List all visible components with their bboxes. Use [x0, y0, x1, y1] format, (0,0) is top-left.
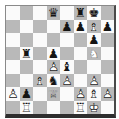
square-h7[interactable]: ♟: [101, 20, 115, 34]
square-a4[interactable]: [6, 60, 20, 74]
square-f4[interactable]: [74, 60, 88, 74]
square-c2[interactable]: [33, 87, 47, 101]
square-b7[interactable]: [20, 20, 34, 34]
white-pawn: ♟♙: [101, 87, 115, 101]
white-bishop: ♝♗: [33, 74, 47, 88]
white-king: ♚♔: [87, 101, 101, 115]
square-g7[interactable]: ♝♗: [87, 20, 101, 34]
square-a5[interactable]: [6, 47, 20, 61]
square-b4[interactable]: [20, 60, 34, 74]
square-f1[interactable]: ♜♖: [74, 101, 88, 115]
white-pawn: ♟♙: [60, 74, 74, 88]
chess-board: ♛♜♚♟♟♝♗♟♟♜♟♞♘♟♙♝♝♗♞♟♙♟♙♟♙♟♛♕♟♙♝♗♟♙♜♖♜♖♚♔: [5, 5, 116, 118]
square-g1[interactable]: ♚♔: [87, 101, 101, 115]
square-h8[interactable]: [101, 6, 115, 20]
square-c8[interactable]: [33, 6, 47, 20]
square-a6[interactable]: [6, 33, 20, 47]
square-e3[interactable]: ♟♙: [60, 74, 74, 88]
black-king: ♚: [87, 6, 101, 20]
white-knight: ♞♘: [87, 47, 101, 61]
square-e2[interactable]: [60, 87, 74, 101]
square-a3[interactable]: [6, 74, 20, 88]
square-f5[interactable]: [74, 47, 88, 61]
black-bishop: ♝: [60, 60, 74, 74]
black-pawn: ♟: [101, 20, 115, 34]
white-queen: ♛♕: [47, 87, 61, 101]
black-pawn: ♟: [60, 20, 74, 34]
square-d3[interactable]: ♞: [47, 74, 61, 88]
white-pawn: ♟♙: [47, 60, 61, 74]
black-rook: ♜: [74, 6, 88, 20]
chess-diagram: ♛♜♚♟♟♝♗♟♟♜♟♞♘♟♙♝♝♗♞♟♙♟♙♟♙♟♛♕♟♙♝♗♟♙♜♖♜♖♚♔: [0, 0, 119, 119]
square-g6[interactable]: ♟: [87, 33, 101, 47]
black-pawn: ♟: [47, 47, 61, 61]
square-d2[interactable]: ♛♕: [47, 87, 61, 101]
white-pawn: ♟♙: [74, 87, 88, 101]
square-e1[interactable]: [60, 101, 74, 115]
square-e7[interactable]: ♟: [60, 20, 74, 34]
square-d8[interactable]: ♛: [47, 6, 61, 20]
square-h4[interactable]: [101, 60, 115, 74]
square-b5[interactable]: ♜: [20, 47, 34, 61]
black-knight: ♞: [47, 74, 61, 88]
square-h5[interactable]: [101, 47, 115, 61]
square-h3[interactable]: [101, 74, 115, 88]
white-rook: ♜♖: [20, 101, 34, 115]
square-b2[interactable]: ♟: [20, 87, 34, 101]
square-a2[interactable]: ♟♙: [6, 87, 20, 101]
square-b8[interactable]: [20, 6, 34, 20]
square-b1[interactable]: ♜♖: [20, 101, 34, 115]
black-pawn: ♟: [87, 33, 101, 47]
square-a8[interactable]: [6, 6, 20, 20]
square-b3[interactable]: [20, 74, 34, 88]
square-e6[interactable]: [60, 33, 74, 47]
square-f2[interactable]: ♟♙: [74, 87, 88, 101]
square-c4[interactable]: [33, 60, 47, 74]
square-g8[interactable]: ♚: [87, 6, 101, 20]
square-d4[interactable]: ♟♙: [47, 60, 61, 74]
square-e4[interactable]: ♝: [60, 60, 74, 74]
square-g3[interactable]: ♟♙: [87, 74, 101, 88]
square-c5[interactable]: [33, 47, 47, 61]
square-f6[interactable]: [74, 33, 88, 47]
square-d1[interactable]: [47, 101, 61, 115]
square-b6[interactable]: [20, 33, 34, 47]
square-g4[interactable]: [87, 60, 101, 74]
square-f8[interactable]: ♜: [74, 6, 88, 20]
square-h6[interactable]: [101, 33, 115, 47]
square-c3[interactable]: ♝♗: [33, 74, 47, 88]
square-f3[interactable]: [74, 74, 88, 88]
square-d5[interactable]: ♟: [47, 47, 61, 61]
square-g5[interactable]: ♞♘: [87, 47, 101, 61]
square-d7[interactable]: [47, 20, 61, 34]
black-pawn: ♟: [20, 87, 34, 101]
square-h2[interactable]: ♟♙: [101, 87, 115, 101]
square-e5[interactable]: [60, 47, 74, 61]
white-bishop: ♝♗: [87, 87, 101, 101]
square-a1[interactable]: [6, 101, 20, 115]
black-pawn: ♟: [74, 20, 88, 34]
black-rook: ♜: [20, 47, 34, 61]
square-f7[interactable]: ♟: [74, 20, 88, 34]
white-rook: ♜♖: [74, 101, 88, 115]
white-bishop: ♝♗: [87, 20, 101, 34]
square-e8[interactable]: [60, 6, 74, 20]
square-a7[interactable]: [6, 20, 20, 34]
square-g2[interactable]: ♝♗: [87, 87, 101, 101]
square-d6[interactable]: [47, 33, 61, 47]
white-pawn: ♟♙: [87, 74, 101, 88]
white-pawn: ♟♙: [6, 87, 20, 101]
black-queen: ♛: [47, 6, 61, 20]
square-c1[interactable]: [33, 101, 47, 115]
square-c6[interactable]: [33, 33, 47, 47]
square-c7[interactable]: [33, 20, 47, 34]
square-h1[interactable]: [101, 101, 115, 115]
